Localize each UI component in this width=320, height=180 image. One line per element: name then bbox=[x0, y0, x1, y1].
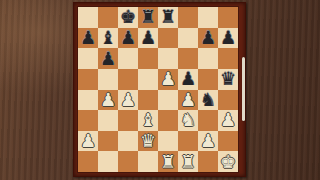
square-c2[interactable] bbox=[118, 131, 138, 152]
square-f1[interactable]: ♜ bbox=[178, 151, 198, 172]
square-e8[interactable]: ♜ bbox=[158, 7, 178, 28]
piece-black-pawn[interactable]: ♟ bbox=[220, 28, 236, 46]
square-a7[interactable]: ♟ bbox=[78, 28, 98, 49]
piece-white-rook[interactable]: ♜ bbox=[160, 152, 176, 170]
square-g5[interactable] bbox=[198, 69, 218, 90]
square-h5[interactable]: ♛ bbox=[218, 69, 238, 90]
square-a4[interactable] bbox=[78, 90, 98, 111]
square-h3[interactable]: ♟ bbox=[218, 110, 238, 131]
piece-black-bishop[interactable]: ♝ bbox=[100, 28, 116, 46]
piece-black-pawn[interactable]: ♟ bbox=[140, 28, 156, 46]
app-background-wood: ♚♜♜♟♝♟♟♟♟♟♟♟♛♟♟♟♞♝♞♟♟♛♟♜♜♚ bbox=[0, 0, 320, 180]
square-b6[interactable]: ♟ bbox=[98, 48, 118, 69]
square-g2[interactable]: ♟ bbox=[198, 131, 218, 152]
square-g3[interactable] bbox=[198, 110, 218, 131]
piece-black-pawn[interactable]: ♟ bbox=[120, 28, 136, 46]
square-f4[interactable]: ♟ bbox=[178, 90, 198, 111]
square-d3[interactable]: ♝ bbox=[138, 110, 158, 131]
square-h7[interactable]: ♟ bbox=[218, 28, 238, 49]
square-b2[interactable] bbox=[98, 131, 118, 152]
piece-white-bishop[interactable]: ♝ bbox=[140, 111, 156, 129]
square-f6[interactable] bbox=[178, 48, 198, 69]
square-d5[interactable] bbox=[138, 69, 158, 90]
piece-white-pawn[interactable]: ♟ bbox=[180, 90, 196, 108]
piece-black-pawn[interactable]: ♟ bbox=[80, 28, 96, 46]
square-c7[interactable]: ♟ bbox=[118, 28, 138, 49]
square-d1[interactable] bbox=[138, 151, 158, 172]
square-e2[interactable] bbox=[158, 131, 178, 152]
square-b7[interactable]: ♝ bbox=[98, 28, 118, 49]
square-e7[interactable] bbox=[158, 28, 178, 49]
square-g6[interactable] bbox=[198, 48, 218, 69]
square-h2[interactable] bbox=[218, 131, 238, 152]
piece-black-pawn[interactable]: ♟ bbox=[180, 70, 196, 88]
piece-white-rook[interactable]: ♜ bbox=[180, 152, 196, 170]
piece-black-pawn[interactable]: ♟ bbox=[200, 28, 216, 46]
piece-white-pawn[interactable]: ♟ bbox=[80, 132, 96, 150]
piece-white-knight[interactable]: ♞ bbox=[180, 111, 196, 129]
square-f7[interactable] bbox=[178, 28, 198, 49]
square-f8[interactable] bbox=[178, 7, 198, 28]
piece-white-pawn[interactable]: ♟ bbox=[120, 90, 136, 108]
square-h1[interactable]: ♚ bbox=[218, 151, 238, 172]
square-a8[interactable] bbox=[78, 7, 98, 28]
square-h8[interactable] bbox=[218, 7, 238, 28]
scrollbar-thumb[interactable] bbox=[242, 57, 245, 121]
square-d2[interactable]: ♛ bbox=[138, 131, 158, 152]
square-b8[interactable] bbox=[98, 7, 118, 28]
piece-white-pawn[interactable]: ♟ bbox=[220, 111, 236, 129]
piece-white-pawn[interactable]: ♟ bbox=[100, 90, 116, 108]
square-f3[interactable]: ♞ bbox=[178, 110, 198, 131]
piece-black-king[interactable]: ♚ bbox=[120, 8, 136, 26]
square-f2[interactable] bbox=[178, 131, 198, 152]
square-d4[interactable] bbox=[138, 90, 158, 111]
square-a1[interactable] bbox=[78, 151, 98, 172]
piece-white-pawn[interactable]: ♟ bbox=[200, 132, 216, 150]
square-e1[interactable]: ♜ bbox=[158, 151, 178, 172]
piece-black-queen[interactable]: ♛ bbox=[220, 70, 236, 88]
square-h4[interactable] bbox=[218, 90, 238, 111]
square-c4[interactable]: ♟ bbox=[118, 90, 138, 111]
piece-white-pawn[interactable]: ♟ bbox=[160, 70, 176, 88]
square-g1[interactable] bbox=[198, 151, 218, 172]
square-b4[interactable]: ♟ bbox=[98, 90, 118, 111]
square-b1[interactable] bbox=[98, 151, 118, 172]
square-a2[interactable]: ♟ bbox=[78, 131, 98, 152]
square-g8[interactable] bbox=[198, 7, 218, 28]
square-d7[interactable]: ♟ bbox=[138, 28, 158, 49]
square-h6[interactable] bbox=[218, 48, 238, 69]
square-e3[interactable] bbox=[158, 110, 178, 131]
square-e6[interactable] bbox=[158, 48, 178, 69]
square-b5[interactable] bbox=[98, 69, 118, 90]
piece-black-rook[interactable]: ♜ bbox=[160, 8, 176, 26]
piece-white-king[interactable]: ♚ bbox=[220, 152, 236, 170]
piece-black-knight[interactable]: ♞ bbox=[200, 90, 216, 108]
piece-black-rook[interactable]: ♜ bbox=[140, 8, 156, 26]
square-e5[interactable]: ♟ bbox=[158, 69, 178, 90]
square-d8[interactable]: ♜ bbox=[138, 7, 158, 28]
square-g7[interactable]: ♟ bbox=[198, 28, 218, 49]
square-c1[interactable] bbox=[118, 151, 138, 172]
chess-board: ♚♜♜♟♝♟♟♟♟♟♟♟♛♟♟♟♞♝♞♟♟♛♟♜♜♚ bbox=[78, 7, 238, 172]
square-a3[interactable] bbox=[78, 110, 98, 131]
square-b3[interactable] bbox=[98, 110, 118, 131]
square-c6[interactable] bbox=[118, 48, 138, 69]
square-c5[interactable] bbox=[118, 69, 138, 90]
square-a5[interactable] bbox=[78, 69, 98, 90]
square-f5[interactable]: ♟ bbox=[178, 69, 198, 90]
square-a6[interactable] bbox=[78, 48, 98, 69]
square-g4[interactable]: ♞ bbox=[198, 90, 218, 111]
piece-black-pawn[interactable]: ♟ bbox=[100, 49, 116, 67]
square-d6[interactable] bbox=[138, 48, 158, 69]
square-c3[interactable] bbox=[118, 110, 138, 131]
square-c8[interactable]: ♚ bbox=[118, 7, 138, 28]
square-e4[interactable] bbox=[158, 90, 178, 111]
piece-white-queen[interactable]: ♛ bbox=[140, 132, 156, 150]
